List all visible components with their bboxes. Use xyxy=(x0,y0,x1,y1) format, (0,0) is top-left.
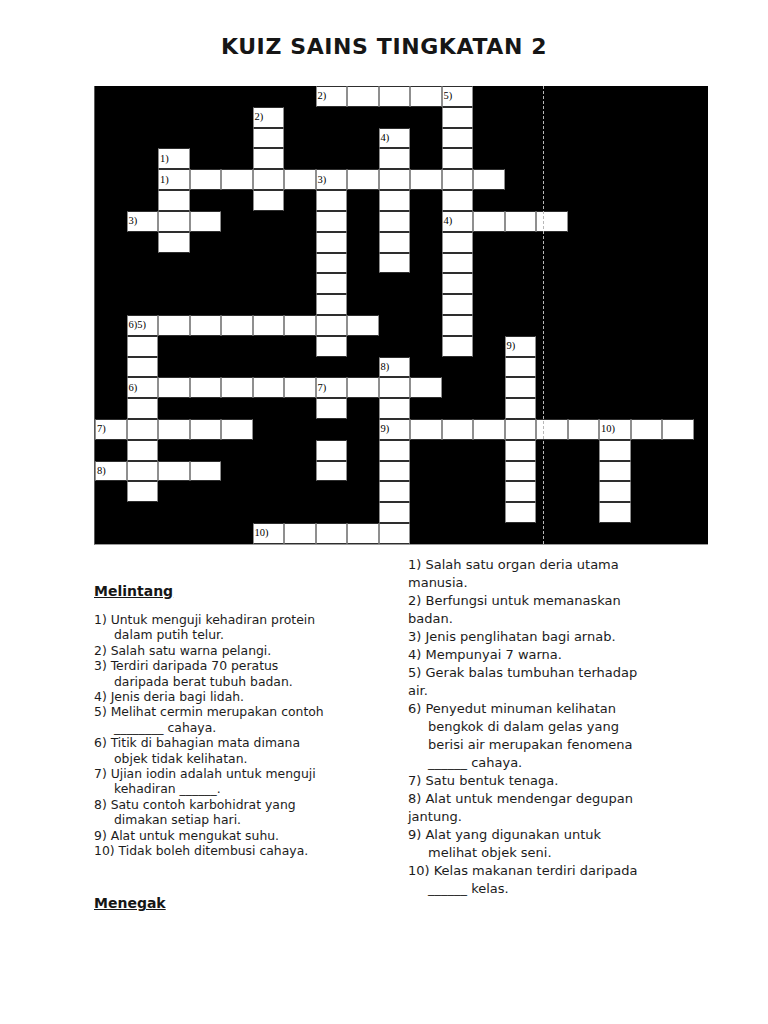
grid-cell[interactable] xyxy=(190,315,222,336)
clue-item: 8) Satu contoh karbohidrat yangdimakan s… xyxy=(94,797,394,828)
grid-cell[interactable] xyxy=(599,481,631,502)
clue-line: 7) Ujian iodin adalah untuk menguji xyxy=(94,766,394,781)
clue-number-label: 1) xyxy=(160,154,169,164)
clue-item: 1) Untuk menguji kehadiran proteindalam … xyxy=(94,612,394,643)
grid-cell[interactable] xyxy=(127,419,159,440)
clue-line: objek tidak kelihatan. xyxy=(114,751,394,766)
grid-cell[interactable] xyxy=(158,232,190,253)
grid-cell[interactable] xyxy=(253,190,285,211)
grid-cell[interactable] xyxy=(158,461,190,482)
grid-cell[interactable] xyxy=(284,377,316,398)
clue-line: 10) Kelas makanan terdiri daripada xyxy=(408,862,718,880)
grid-cell[interactable] xyxy=(442,336,474,357)
grid-cell[interactable] xyxy=(221,169,253,190)
clue-number-label: 6) xyxy=(129,383,138,393)
grid-cell[interactable] xyxy=(253,315,285,336)
grid-cell[interactable] xyxy=(316,294,348,315)
clue-number-label: 9) xyxy=(381,424,390,434)
grid-cell[interactable] xyxy=(284,523,316,544)
grid-cell[interactable] xyxy=(379,169,411,190)
grid-cell[interactable] xyxy=(505,502,537,523)
down-header: Menegak xyxy=(94,895,166,911)
clue-line: 8) Alat untuk mendengar degupan xyxy=(408,790,718,808)
grid-cell[interactable] xyxy=(442,190,474,211)
clue-item: 4) Mempunyai 7 warna. xyxy=(408,646,718,664)
clue-line: ______ cahaya. xyxy=(428,754,718,772)
clue-line: melihat objek seni. xyxy=(428,844,718,862)
grid-cell[interactable] xyxy=(505,398,537,419)
fold-line xyxy=(543,86,544,544)
clue-number-label: 4) xyxy=(444,216,453,226)
grid-cell[interactable] xyxy=(410,419,442,440)
grid-cell[interactable] xyxy=(410,169,442,190)
clue-number-label: 7) xyxy=(97,424,106,434)
clue-item: 7) Satu bentuk tenaga. xyxy=(408,772,718,790)
grid-cell[interactable] xyxy=(379,86,411,107)
clue-number-label: 7) xyxy=(318,383,327,393)
across-clue-list: 1) Untuk menguji kehadiran proteindalam … xyxy=(94,612,394,859)
clue-line: manusia. xyxy=(408,574,718,592)
grid-cell[interactable]: 1) xyxy=(158,148,190,169)
clue-item: 10) Kelas makanan terdiri daripada______… xyxy=(408,862,718,898)
grid-cell[interactable]: 4) xyxy=(442,211,474,232)
grid-cell[interactable]: 5) xyxy=(442,86,474,107)
clue-line: 3) Jenis penglihatan bagi arnab. xyxy=(408,628,718,646)
clue-item: 5) Gerak balas tumbuhan terhadapair. xyxy=(408,664,718,700)
grid-cell[interactable]: 9) xyxy=(505,336,537,357)
clue-number-label: 1) xyxy=(160,175,169,185)
grid-cell[interactable]: 2) xyxy=(253,107,285,128)
clue-line: jantung. xyxy=(408,808,718,826)
grid-cell[interactable] xyxy=(379,232,411,253)
grid-cell[interactable] xyxy=(316,523,348,544)
grid-cell[interactable]: 9) xyxy=(379,419,411,440)
grid-cell[interactable] xyxy=(190,419,222,440)
clue-number-label: 3) xyxy=(129,216,138,226)
clue-item: 3) Jenis penglihatan bagi arnab. xyxy=(408,628,718,646)
grid-cell[interactable] xyxy=(127,357,159,378)
clue-item: 2) Salah satu warna pelangi. xyxy=(94,643,394,658)
clue-line: 6) Titik di bahagian mata dimana xyxy=(94,735,394,750)
grid-cell[interactable] xyxy=(599,461,631,482)
grid-cell[interactable] xyxy=(442,253,474,274)
grid-cell[interactable] xyxy=(316,440,348,461)
grid-cell[interactable]: 1) xyxy=(158,169,190,190)
grid-cell[interactable] xyxy=(253,128,285,149)
clue-line: 5) Gerak balas tumbuhan terhadap xyxy=(408,664,718,682)
grid-cell[interactable] xyxy=(442,148,474,169)
clue-line: 2) Salah satu warna pelangi. xyxy=(94,643,394,658)
grid-cell[interactable] xyxy=(379,253,411,274)
clue-line: ______ kelas. xyxy=(428,880,718,898)
clue-item: 2) Berfungsi untuk memanaskanbadan. xyxy=(408,592,718,628)
grid-cell[interactable] xyxy=(599,440,631,461)
grid-cell[interactable]: 8) xyxy=(379,357,411,378)
grid-cell[interactable] xyxy=(316,398,348,419)
grid-cell[interactable] xyxy=(253,377,285,398)
grid-cell[interactable] xyxy=(410,86,442,107)
grid-cell[interactable] xyxy=(284,169,316,190)
clue-line: 1) Untuk menguji kehadiran protein xyxy=(94,612,394,627)
grid-cell[interactable] xyxy=(127,398,159,419)
clue-item: 3) Terdiri daripada 70 peratusdaripada b… xyxy=(94,658,394,689)
clue-line: 4) Jenis deria bagi lidah. xyxy=(94,689,394,704)
clue-line: kehadiran ______. xyxy=(114,781,394,796)
clue-item: 9) Alat untuk mengukat suhu. xyxy=(94,828,394,843)
grid-cell[interactable] xyxy=(158,419,190,440)
clue-line: 10) Tidak boleh ditembusi cahaya. xyxy=(94,843,394,858)
clue-line: dimakan setiap hari. xyxy=(114,812,394,827)
clue-line: 5) Melihat cermin merupakan contoh xyxy=(94,704,394,719)
clue-line: 9) Alat yang digunakan untuk xyxy=(408,826,718,844)
grid-cell[interactable] xyxy=(221,419,253,440)
grid-cell[interactable] xyxy=(379,148,411,169)
grid-cell[interactable] xyxy=(473,419,505,440)
grid-cell[interactable] xyxy=(505,461,537,482)
grid-cell[interactable] xyxy=(127,440,159,461)
clue-item: 4) Jenis deria bagi lidah. xyxy=(94,689,394,704)
clue-line: berisi air merupakan fenomena xyxy=(428,736,718,754)
clue-item: 6) Penyedut minuman kelihatanbengkok di … xyxy=(408,700,718,772)
grid-cell[interactable] xyxy=(536,419,568,440)
grid-cell[interactable] xyxy=(379,481,411,502)
clue-item: 1) Salah satu organ deria utamamanusia. xyxy=(408,556,718,592)
grid-cell[interactable] xyxy=(442,315,474,336)
clue-line: 6) Penyedut minuman kelihatan xyxy=(408,700,718,718)
grid-cell[interactable] xyxy=(316,315,348,336)
grid-cell[interactable] xyxy=(505,357,537,378)
clue-item: 10) Tidak boleh ditembusi cahaya. xyxy=(94,843,394,858)
clue-line: ________ cahaya. xyxy=(114,720,394,735)
grid-cell[interactable] xyxy=(442,128,474,149)
clue-number-label: 10) xyxy=(601,424,615,434)
grid-cell[interactable] xyxy=(158,190,190,211)
grid-cell[interactable]: 10) xyxy=(253,523,285,544)
grid-cell[interactable]: 3) xyxy=(316,169,348,190)
clue-item: 5) Melihat cermin merupakan contoh______… xyxy=(94,704,394,735)
grid-cell[interactable] xyxy=(316,232,348,253)
grid-cell[interactable] xyxy=(379,502,411,523)
clue-line: bengkok di dalam gelas yang xyxy=(428,718,718,736)
clue-line: 7) Satu bentuk tenaga. xyxy=(408,772,718,790)
grid-cell[interactable] xyxy=(662,419,694,440)
grid-cell[interactable] xyxy=(442,232,474,253)
clue-number-label: 2) xyxy=(255,112,264,122)
grid-cell[interactable]: 10) xyxy=(599,419,631,440)
grid-cell[interactable] xyxy=(221,315,253,336)
clue-line: 4) Mempunyai 7 warna. xyxy=(408,646,718,664)
grid-cell[interactable] xyxy=(505,377,537,398)
grid-cell[interactable] xyxy=(316,273,348,294)
clue-line: 9) Alat untuk mengukat suhu. xyxy=(94,828,394,843)
clue-line: 3) Terdiri daripada 70 peratus xyxy=(94,658,394,673)
grid-cell[interactable] xyxy=(347,377,379,398)
grid-cell[interactable] xyxy=(190,211,222,232)
clue-line: air. xyxy=(408,682,718,700)
grid-cell[interactable] xyxy=(505,440,537,461)
grid-cell[interactable] xyxy=(473,211,505,232)
grid-cell[interactable] xyxy=(253,148,285,169)
grid-cell[interactable] xyxy=(410,377,442,398)
grid-cell[interactable] xyxy=(379,523,411,544)
clue-number-label: 9) xyxy=(507,341,516,351)
grid-cell[interactable] xyxy=(316,336,348,357)
grid-cell[interactable] xyxy=(158,377,190,398)
clue-number-label: 8) xyxy=(97,466,106,476)
grid-cell[interactable] xyxy=(284,315,316,336)
grid-cell[interactable] xyxy=(190,169,222,190)
grid-cell[interactable] xyxy=(379,190,411,211)
clue-line: badan. xyxy=(408,610,718,628)
grid-cell[interactable] xyxy=(536,211,568,232)
clue-number-label: 6)5) xyxy=(129,320,147,330)
crossword-board: 2)5)2)4)1)1)3)3)4)6)5)9)8)6)7)7)9)10)8)1… xyxy=(94,86,708,545)
grid-cell[interactable]: 3) xyxy=(127,211,159,232)
grid-cell[interactable] xyxy=(347,169,379,190)
grid-cell[interactable]: 6) xyxy=(127,377,159,398)
grid-cell[interactable] xyxy=(190,461,222,482)
down-clue-list: 1) Salah satu organ deria utamamanusia.2… xyxy=(408,556,718,898)
grid-cell[interactable] xyxy=(442,273,474,294)
grid-cell[interactable] xyxy=(442,107,474,128)
clue-number-label: 4) xyxy=(381,133,390,143)
grid-cell[interactable] xyxy=(347,523,379,544)
grid-cell[interactable] xyxy=(442,169,474,190)
grid-cell[interactable] xyxy=(221,377,253,398)
grid-cell[interactable] xyxy=(379,398,411,419)
grid-cell[interactable]: 4) xyxy=(379,128,411,149)
clue-number-label: 2) xyxy=(318,91,327,101)
clue-number-label: 10) xyxy=(255,528,269,538)
clue-number-label: 5) xyxy=(444,91,453,101)
clue-item: 6) Titik di bahagian mata dimanaobjek ti… xyxy=(94,735,394,766)
grid-cell[interactable] xyxy=(316,190,348,211)
grid-cell[interactable] xyxy=(379,377,411,398)
grid-cell[interactable] xyxy=(347,86,379,107)
grid-cell[interactable] xyxy=(442,294,474,315)
grid-cell[interactable] xyxy=(158,211,190,232)
grid-cell[interactable]: 7) xyxy=(316,377,348,398)
grid-cell[interactable] xyxy=(316,253,348,274)
grid-cell[interactable] xyxy=(190,377,222,398)
grid-cell[interactable] xyxy=(379,461,411,482)
page-title: KUIZ SAINS TINGKATAN 2 xyxy=(0,34,768,59)
clue-item: 9) Alat yang digunakan untukmelihat obje… xyxy=(408,826,718,862)
clue-line: 8) Satu contoh karbohidrat yang xyxy=(94,797,394,812)
across-header: Melintang xyxy=(94,583,173,599)
grid-cell[interactable] xyxy=(127,481,159,502)
grid-cell[interactable] xyxy=(505,481,537,502)
grid-cell[interactable] xyxy=(568,419,600,440)
grid-cell[interactable] xyxy=(505,419,537,440)
grid-cell[interactable] xyxy=(316,211,348,232)
clue-line: 1) Salah satu organ deria utama xyxy=(408,556,718,574)
page: KUIZ SAINS TINGKATAN 2 2)5)2)4)1)1)3)3)4… xyxy=(0,0,768,1024)
grid-cell[interactable]: 6)5) xyxy=(127,315,159,336)
grid-cell[interactable]: 8) xyxy=(95,461,127,482)
grid-cell[interactable] xyxy=(253,169,285,190)
grid-cell[interactable] xyxy=(316,461,348,482)
clue-number-label: 8) xyxy=(381,362,390,372)
grid-cell[interactable]: 2) xyxy=(316,86,348,107)
crossword-grid: 2)5)2)4)1)1)3)3)4)6)5)9)8)6)7)7)9)10)8)1… xyxy=(95,86,694,544)
grid-cell[interactable] xyxy=(158,315,190,336)
grid-cell[interactable] xyxy=(473,169,505,190)
clue-item: 8) Alat untuk mendengar degupanjantung. xyxy=(408,790,718,826)
grid-cell[interactable] xyxy=(599,502,631,523)
grid-cell[interactable] xyxy=(127,461,159,482)
clue-number-label: 3) xyxy=(318,175,327,185)
grid-cell[interactable] xyxy=(505,211,537,232)
grid-cell[interactable]: 7) xyxy=(95,419,127,440)
grid-cell[interactable] xyxy=(347,315,379,336)
grid-cell[interactable] xyxy=(442,419,474,440)
grid-cell[interactable] xyxy=(127,336,159,357)
clue-item: 7) Ujian iodin adalah untuk mengujikehad… xyxy=(94,766,394,797)
grid-cell[interactable] xyxy=(631,419,663,440)
clue-line: daripada berat tubuh badan. xyxy=(114,674,394,689)
clue-line: dalam putih telur. xyxy=(114,627,394,642)
grid-cell[interactable] xyxy=(379,211,411,232)
clue-line: 2) Berfungsi untuk memanaskan xyxy=(408,592,718,610)
grid-cell[interactable] xyxy=(379,440,411,461)
